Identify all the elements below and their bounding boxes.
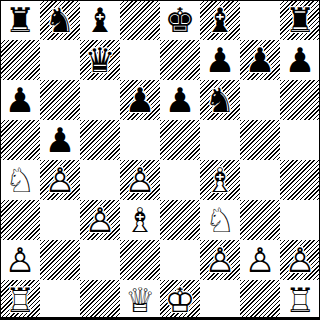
square-e2[interactable]	[160, 240, 200, 280]
piece-glyph: ♟	[200, 40, 240, 80]
piece-glyph: ♙	[0, 240, 40, 280]
square-b3[interactable]	[40, 200, 80, 240]
piece-glyph: ♟	[40, 120, 80, 160]
piece-white-pawn[interactable]: ♟♙	[0, 240, 40, 280]
square-e6[interactable]: ♟♟	[160, 80, 200, 120]
square-h5[interactable]	[280, 120, 320, 160]
piece-glyph: ♞	[200, 80, 240, 120]
square-c6[interactable]	[80, 80, 120, 120]
piece-glyph: ♝	[200, 0, 240, 40]
piece-white-pawn[interactable]: ♟♙	[200, 240, 240, 280]
square-h2[interactable]: ♟♙	[280, 240, 320, 280]
piece-black-pawn[interactable]: ♟♟	[280, 40, 320, 80]
piece-black-queen[interactable]: ♛♛	[80, 40, 120, 80]
piece-black-pawn[interactable]: ♟♟	[200, 40, 240, 80]
square-h4[interactable]	[280, 160, 320, 200]
piece-white-bishop[interactable]: ♝♗	[120, 200, 160, 240]
square-d8[interactable]	[120, 0, 160, 40]
piece-white-rook[interactable]: ♜♖	[0, 280, 40, 320]
square-h8[interactable]: ♜♜	[280, 0, 320, 40]
square-h6[interactable]	[280, 80, 320, 120]
square-a8[interactable]: ♜♜	[0, 0, 40, 40]
square-d7[interactable]	[120, 40, 160, 80]
piece-white-pawn[interactable]: ♟♙	[120, 160, 160, 200]
square-e8[interactable]: ♚♚	[160, 0, 200, 40]
square-g7[interactable]: ♟♟	[240, 40, 280, 80]
square-e4[interactable]	[160, 160, 200, 200]
piece-white-pawn[interactable]: ♟♙	[240, 240, 280, 280]
piece-glyph: ♟	[160, 80, 200, 120]
square-g5[interactable]	[240, 120, 280, 160]
square-a7[interactable]	[0, 40, 40, 80]
square-c3[interactable]: ♟♙	[80, 200, 120, 240]
square-b2[interactable]	[40, 240, 80, 280]
piece-black-king[interactable]: ♚♚	[160, 0, 200, 40]
square-f2[interactable]: ♟♙	[200, 240, 240, 280]
square-b1[interactable]	[40, 280, 80, 320]
square-c4[interactable]	[80, 160, 120, 200]
piece-white-pawn[interactable]: ♟♙	[40, 160, 80, 200]
piece-glyph: ♟	[240, 40, 280, 80]
square-c8[interactable]: ♝♝	[80, 0, 120, 40]
square-e5[interactable]	[160, 120, 200, 160]
square-h7[interactable]: ♟♟	[280, 40, 320, 80]
square-h3[interactable]	[280, 200, 320, 240]
piece-black-knight[interactable]: ♞♞	[200, 80, 240, 120]
piece-glyph: ♟	[280, 40, 320, 80]
piece-glyph: ♞	[40, 0, 80, 40]
square-g8[interactable]	[240, 0, 280, 40]
square-g3[interactable]	[240, 200, 280, 240]
piece-white-knight[interactable]: ♞♘	[200, 200, 240, 240]
piece-glyph: ♟	[120, 80, 160, 120]
square-d4[interactable]: ♟♙	[120, 160, 160, 200]
piece-glyph: ♕	[120, 280, 160, 320]
piece-black-rook[interactable]: ♜♜	[0, 0, 40, 40]
square-d1[interactable]: ♛♕	[120, 280, 160, 320]
square-g2[interactable]: ♟♙	[240, 240, 280, 280]
piece-white-pawn[interactable]: ♟♙	[80, 200, 120, 240]
piece-glyph: ♝	[80, 0, 120, 40]
piece-glyph: ♚	[160, 0, 200, 40]
square-d5[interactable]	[120, 120, 160, 160]
piece-black-pawn[interactable]: ♟♟	[240, 40, 280, 80]
piece-glyph: ♖	[280, 280, 320, 320]
piece-glyph: ♙	[200, 240, 240, 280]
piece-glyph: ♛	[80, 40, 120, 80]
piece-glyph: ♘	[200, 200, 240, 240]
piece-white-knight[interactable]: ♞♘	[0, 160, 40, 200]
square-c5[interactable]	[80, 120, 120, 160]
piece-glyph: ♔	[160, 280, 200, 320]
square-f8[interactable]: ♝♝	[200, 0, 240, 40]
square-f3[interactable]: ♞♘	[200, 200, 240, 240]
piece-white-queen[interactable]: ♛♕	[120, 280, 160, 320]
square-g6[interactable]	[240, 80, 280, 120]
square-d3[interactable]: ♝♗	[120, 200, 160, 240]
square-c7[interactable]: ♛♛	[80, 40, 120, 80]
square-e3[interactable]	[160, 200, 200, 240]
square-a4[interactable]: ♞♘	[0, 160, 40, 200]
square-a6[interactable]: ♟♟	[0, 80, 40, 120]
piece-glyph: ♙	[120, 160, 160, 200]
piece-glyph: ♟	[0, 80, 40, 120]
square-b7[interactable]	[40, 40, 80, 80]
square-a1[interactable]: ♜♖	[0, 280, 40, 320]
piece-glyph: ♖	[0, 280, 40, 320]
square-d6[interactable]: ♟♟	[120, 80, 160, 120]
square-a2[interactable]: ♟♙	[0, 240, 40, 280]
square-f4[interactable]: ♝♗	[200, 160, 240, 200]
piece-glyph: ♙	[40, 160, 80, 200]
square-c1[interactable]	[80, 280, 120, 320]
piece-glyph: ♜	[0, 0, 40, 40]
piece-glyph: ♗	[120, 200, 160, 240]
square-b4[interactable]: ♟♙	[40, 160, 80, 200]
piece-black-bishop[interactable]: ♝♝	[80, 0, 120, 40]
piece-black-rook[interactable]: ♜♜	[280, 0, 320, 40]
piece-glyph: ♗	[200, 160, 240, 200]
piece-black-pawn[interactable]: ♟♟	[0, 80, 40, 120]
piece-white-king[interactable]: ♚♔	[160, 280, 200, 320]
piece-black-pawn[interactable]: ♟♟	[40, 120, 80, 160]
square-d2[interactable]	[120, 240, 160, 280]
square-f6[interactable]: ♞♞	[200, 80, 240, 120]
chess-board: ♜♜♞♞♝♝♚♚♝♝♜♜♛♛♟♟♟♟♟♟♟♟♟♟♟♟♞♞♟♟♞♘♟♙♟♙♝♗♟♙…	[0, 0, 320, 320]
piece-glyph: ♙	[80, 200, 120, 240]
piece-white-bishop[interactable]: ♝♗	[200, 160, 240, 200]
piece-black-pawn[interactable]: ♟♟	[120, 80, 160, 120]
square-f5[interactable]	[200, 120, 240, 160]
square-g4[interactable]	[240, 160, 280, 200]
square-e1[interactable]: ♚♔	[160, 280, 200, 320]
square-h1[interactable]: ♜♖	[280, 280, 320, 320]
piece-white-rook[interactable]: ♜♖	[280, 280, 320, 320]
piece-white-pawn[interactable]: ♟♙	[280, 240, 320, 280]
piece-glyph: ♜	[280, 0, 320, 40]
piece-glyph: ♘	[0, 160, 40, 200]
piece-black-knight[interactable]: ♞♞	[40, 0, 80, 40]
square-e7[interactable]	[160, 40, 200, 80]
piece-black-pawn[interactable]: ♟♟	[160, 80, 200, 120]
square-f7[interactable]: ♟♟	[200, 40, 240, 80]
piece-glyph: ♙	[280, 240, 320, 280]
square-a3[interactable]	[0, 200, 40, 240]
square-f1[interactable]	[200, 280, 240, 320]
piece-black-bishop[interactable]: ♝♝	[200, 0, 240, 40]
square-b6[interactable]	[40, 80, 80, 120]
square-b5[interactable]: ♟♟	[40, 120, 80, 160]
piece-glyph: ♙	[240, 240, 280, 280]
square-c2[interactable]	[80, 240, 120, 280]
square-a5[interactable]	[0, 120, 40, 160]
square-g1[interactable]	[240, 280, 280, 320]
square-b8[interactable]: ♞♞	[40, 0, 80, 40]
